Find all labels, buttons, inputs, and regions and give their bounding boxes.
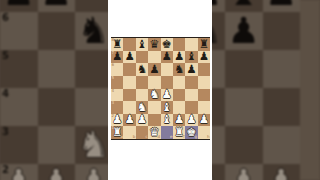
square-a5[interactable]: 5 [111,76,123,89]
square-b6 [38,12,76,50]
square-c1[interactable]: c [136,126,148,139]
square-f1[interactable]: f♜ [173,126,185,139]
square-h6[interactable] [198,63,210,76]
white-pawn[interactable]: ♟ [162,89,172,101]
square-h7[interactable]: ♟ [198,51,210,64]
video-frame: ♜♝♛♚♜♟♟♟♟♝♟6♞♟♞♟54♞♟3♞♝2♟♟♟♝♟♟♟♜♛♜♚ 8♜♝♛… [0,0,320,180]
black-queen[interactable]: ♛ [149,39,159,51]
square-d6[interactable]: ♟ [148,63,160,76]
white-pawn[interactable]: ♟ [124,114,134,126]
square-c5[interactable] [136,76,148,89]
rank-label-3: 3 [112,101,115,105]
rank-label-2: 2 [2,165,9,175]
square-h4[interactable] [198,89,210,102]
square-c4 [75,88,113,126]
rank-label-6: 6 [112,63,115,67]
square-h5[interactable] [198,76,210,89]
file-label-h: h [207,135,210,139]
square-d4[interactable]: ♞ [148,89,160,102]
black-pawn: ♟ [228,13,260,49]
square-b5 [38,50,76,88]
square-f4[interactable] [173,89,185,102]
square-g2: ♟ [225,164,263,180]
square-h1[interactable]: h [198,126,210,139]
square-f5[interactable] [173,76,185,89]
square-c2: ♟ [75,164,113,180]
black-pawn[interactable]: ♟ [124,51,134,63]
black-pawn[interactable]: ♟ [174,51,184,63]
square-g4[interactable] [185,89,197,102]
square-e2[interactable]: ♝ [161,114,173,127]
square-a1[interactable]: 1a♜ [111,126,123,139]
square-b7: ♟ [38,0,76,12]
square-a6[interactable]: 6 [111,63,123,76]
white-pawn[interactable]: ♟ [199,114,209,126]
square-b7[interactable]: ♟ [123,51,135,64]
square-h7: ♟ [263,0,301,12]
square-c5 [75,50,113,88]
square-c6[interactable]: ♞ [136,63,148,76]
square-g3 [225,126,263,164]
black-knight[interactable]: ♞ [174,64,184,76]
square-h3 [263,126,301,164]
rank-label-5: 5 [112,76,115,80]
square-d1[interactable]: d♛ [148,126,160,139]
rank-label-8: 8 [112,38,115,42]
square-b2[interactable]: ♟ [123,114,135,127]
square-b5[interactable] [123,76,135,89]
square-b2: ♟ [38,164,76,180]
square-f6[interactable]: ♞ [173,63,185,76]
square-a6: 6 [0,12,38,50]
rank-label-2: 2 [112,114,115,118]
background-board-edge [300,0,320,180]
black-pawn: ♟ [40,0,72,11]
black-pawn[interactable]: ♟ [149,64,159,76]
white-pawn: ♟ [228,165,260,180]
black-pawn[interactable]: ♟ [199,51,209,63]
white-pawn: ♟ [40,165,72,180]
white-pawn: ♟ [265,165,297,180]
black-knight: ♞ [78,13,110,49]
square-d8[interactable]: ♛ [148,38,160,51]
square-b1[interactable]: b [123,126,135,139]
square-e7[interactable]: ♟ [161,51,173,64]
square-e1[interactable]: e [161,126,173,139]
square-c8[interactable]: ♝ [136,38,148,51]
square-c2[interactable]: ♟ [136,114,148,127]
square-b4[interactable] [123,89,135,102]
square-a2: 2♟ [0,164,38,180]
square-c3: ♞ [75,126,113,164]
white-knight[interactable]: ♞ [149,89,159,101]
square-g6: ♟ [225,12,263,50]
square-a7: ♟ [0,0,38,12]
square-g5[interactable] [185,76,197,89]
square-a3: 3 [0,126,38,164]
square-b6[interactable] [123,63,135,76]
black-pawn: ♟ [3,0,35,11]
square-a5: 5 [0,50,38,88]
square-g6[interactable]: ♟ [185,63,197,76]
square-b4 [38,88,76,126]
square-c6: ♞ [75,12,113,50]
black-pawn: ♟ [265,0,297,11]
square-g4 [225,88,263,126]
black-bishop[interactable]: ♝ [137,39,147,51]
square-b3 [38,126,76,164]
white-pawn: ♟ [78,165,110,180]
black-pawn[interactable]: ♟ [186,64,196,76]
square-h6 [263,12,301,50]
square-a4: 4 [0,88,38,126]
rank-label-3: 3 [2,127,9,137]
square-g1[interactable]: g♚ [185,126,197,139]
square-h2: ♟ [263,164,301,180]
black-bishop[interactable]: ♝ [186,51,196,63]
rank-label-4: 4 [2,89,9,99]
white-knight: ♞ [78,127,110,163]
rank-label-5: 5 [2,51,9,61]
square-e6[interactable] [161,63,173,76]
white-pawn[interactable]: ♟ [137,114,147,126]
square-h2[interactable]: ♟ [198,114,210,127]
black-pawn[interactable]: ♟ [162,51,172,63]
rank-label-4: 4 [112,89,115,93]
square-h4 [263,88,301,126]
square-g5 [225,50,263,88]
square-h5 [263,50,301,88]
rank-label-1: 1 [112,126,115,130]
square-d3[interactable] [148,101,160,114]
white-bishop[interactable]: ♝ [162,114,172,126]
rank-label-6: 6 [2,13,9,23]
black-knight[interactable]: ♞ [137,64,147,76]
chess-board: 8♜♝♛♚♜7♟♟♟♟♝♟6♞♟♞♟54♞♟3♞♝2♟♟♟♝♟♟♟1a♜bcd♛… [111,37,210,140]
rank-label-7: 7 [112,51,115,55]
